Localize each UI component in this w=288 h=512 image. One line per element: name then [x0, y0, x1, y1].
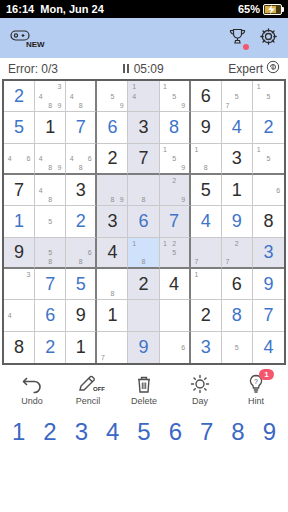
given-digit: 9 [14, 243, 24, 261]
cell-r7c1[interactable]: 3 [4, 269, 35, 300]
numpad-6[interactable]: 6 [169, 420, 182, 444]
numpad-8[interactable]: 8 [231, 420, 244, 444]
user-digit: 5 [14, 118, 24, 136]
trash-icon [133, 374, 155, 394]
hint-badge: 1 [259, 369, 274, 380]
cell-r3c9[interactable]: 15 [253, 144, 284, 175]
given-digit: 1 [76, 338, 86, 356]
cell-r8c2[interactable]: 6 [35, 300, 66, 331]
cell-r8c9[interactable]: 7 [253, 300, 284, 331]
user-digit: 3 [263, 243, 273, 261]
cell-r3c3[interactable]: 468 [66, 144, 97, 175]
cell-r9c4[interactable]: 7 [97, 332, 128, 363]
pencil-off-state: OFF [93, 386, 105, 392]
pencil-button[interactable]: OFF Pencil [62, 374, 114, 406]
user-digit: 4 [263, 338, 273, 356]
cell-r7c8[interactable]: 6 [222, 269, 253, 300]
cell-r8c6[interactable] [160, 300, 191, 331]
given-digit: 7 [138, 149, 148, 167]
pencil-marks: 14 [129, 82, 157, 110]
pencil-marks: 1 [192, 270, 220, 298]
timer-value: 05:09 [134, 62, 164, 76]
cell-r3c5[interactable]: 7 [128, 144, 159, 175]
cell-r6c2[interactable]: 58 [35, 238, 66, 269]
cell-r6c5[interactable]: 18 [128, 238, 159, 269]
cell-r7c7[interactable]: 1 [191, 269, 222, 300]
user-digit: 2 [263, 118, 273, 136]
user-digit: 7 [45, 275, 55, 293]
pencil-marks: 57 [223, 82, 251, 110]
cell-r8c7[interactable]: 2 [191, 300, 222, 331]
cell-r3c1[interactable]: 46 [4, 144, 35, 175]
pencil-marks: 29 [161, 176, 188, 204]
cell-r3c7[interactable]: 18 [191, 144, 222, 175]
cell-r4c5[interactable]: 8 [128, 175, 159, 206]
info-bar: Error: 0/3 05:09 Expert [0, 58, 288, 79]
user-digit: 4 [232, 118, 242, 136]
cell-r5c4[interactable]: 3 [97, 206, 128, 237]
cell-r9c2[interactable]: 2 [35, 332, 66, 363]
cell-r1c2[interactable]: 3489 [35, 81, 66, 112]
cell-r5c5[interactable]: 6 [128, 206, 159, 237]
cell-r1c8[interactable]: 57 [222, 81, 253, 112]
pencil-marks: 6 [161, 333, 188, 362]
given-digit: 3 [138, 118, 148, 136]
pause-button[interactable] [123, 64, 129, 73]
user-digit: 8 [169, 118, 179, 136]
user-digit: 1 [14, 212, 24, 230]
pencil-marks: 15 [254, 82, 283, 110]
user-digit: 2 [14, 87, 24, 105]
pencil-marks: 5 [223, 333, 251, 362]
sun-icon [189, 374, 211, 394]
pencil-marks: 3 [5, 270, 33, 298]
cell-r9c8[interactable]: 5 [222, 332, 253, 363]
cell-r9c5[interactable]: 9 [128, 332, 159, 363]
pencil-marks: 159 [161, 145, 188, 172]
difficulty-label: Expert [228, 62, 263, 76]
svg-text:?: ? [254, 378, 258, 385]
user-digit: 6 [45, 306, 55, 324]
cell-r2c6[interactable]: 8 [160, 112, 191, 143]
cell-r1c6[interactable]: 159 [160, 81, 191, 112]
cell-r5c3[interactable]: 2 [66, 206, 97, 237]
cell-r8c4[interactable]: 1 [97, 300, 128, 331]
pencil-marks: 159 [161, 82, 188, 110]
cell-r9c7[interactable]: 3 [191, 332, 222, 363]
cell-r2c1[interactable]: 5 [4, 112, 35, 143]
cell-r4c2[interactable]: 48 [35, 175, 66, 206]
settings-button[interactable] [259, 27, 278, 50]
cell-r2c4[interactable]: 6 [97, 112, 128, 143]
battery-charging-icon [263, 4, 282, 15]
cell-r3c8[interactable]: 3 [222, 144, 253, 175]
numpad-9[interactable]: 9 [263, 420, 276, 444]
cell-r9c6[interactable]: 6 [160, 332, 191, 363]
cell-r5c7[interactable]: 4 [191, 206, 222, 237]
difficulty-brain-icon [266, 60, 280, 77]
cell-r5c6[interactable]: 7 [160, 206, 191, 237]
pencil-marks: 15 [254, 145, 283, 172]
user-digit: 7 [263, 306, 273, 324]
pencil-marks: 5 [36, 207, 64, 235]
given-digit: 9 [76, 306, 86, 324]
cell-r1c1[interactable]: 2 [4, 81, 35, 112]
cell-r9c3[interactable]: 1 [66, 332, 97, 363]
cell-r9c9[interactable]: 4 [253, 332, 284, 363]
cell-r9c1[interactable]: 8 [4, 332, 35, 363]
cell-r5c1[interactable]: 1 [4, 206, 35, 237]
pencil-marks: 489 [36, 145, 64, 172]
day-mode-button[interactable]: Day [174, 374, 226, 406]
cell-r4c3[interactable]: 3 [66, 175, 97, 206]
delete-button[interactable]: Delete [118, 374, 170, 406]
cell-r6c1[interactable]: 9 [4, 238, 35, 269]
numpad-4[interactable]: 4 [106, 420, 119, 444]
cell-r5c8[interactable]: 9 [222, 206, 253, 237]
status-time-date: 16:14 Mon, Jun 24 [6, 3, 104, 15]
cell-r2c2[interactable]: 1 [35, 112, 66, 143]
cell-r4c9[interactable]: 6 [253, 175, 284, 206]
cell-r2c5[interactable]: 3 [128, 112, 159, 143]
user-digit: 2 [45, 338, 55, 356]
user-digit: 9 [232, 212, 242, 230]
number-pad: 123456789 [0, 420, 288, 444]
pencil-marks: 125 [161, 239, 188, 266]
cell-r1c4[interactable]: 59 [97, 81, 128, 112]
cell-r5c9[interactable]: 8 [253, 206, 284, 237]
given-digit: 4 [169, 275, 179, 293]
cell-r6c4[interactable]: 4 [97, 238, 128, 269]
given-digit: 2 [107, 149, 117, 167]
cell-r4c8[interactable]: 1 [222, 175, 253, 206]
cell-r6c9[interactable]: 3 [253, 238, 284, 269]
cell-r3c4[interactable]: 2 [97, 144, 128, 175]
given-digit: 3 [107, 212, 117, 230]
cell-r1c5[interactable]: 14 [128, 81, 159, 112]
cell-r7c4[interactable]: 8 [97, 269, 128, 300]
cell-r1c9[interactable]: 15 [253, 81, 284, 112]
pencil-marks: 59 [98, 82, 126, 110]
cell-r6c6[interactable]: 125 [160, 238, 191, 269]
user-digit: 7 [169, 212, 179, 230]
cell-r4c4[interactable]: 89 [97, 175, 128, 206]
pencil-marks: 4 [5, 301, 33, 329]
cell-r7c3[interactable]: 5 [66, 269, 97, 300]
cell-r2c3[interactable]: 7 [66, 112, 97, 143]
user-digit: 8 [232, 306, 242, 324]
pencil-marks: 6 [254, 176, 283, 204]
cell-r8c5[interactable] [128, 300, 159, 331]
trophy-notification-dot [243, 44, 249, 50]
user-digit: 6 [107, 118, 117, 136]
hint-button[interactable]: 1 ? Hint [230, 374, 282, 406]
user-digit: 4 [201, 212, 211, 230]
given-digit: 9 [201, 118, 211, 136]
numpad-5[interactable]: 5 [137, 420, 150, 444]
pencil-marks: 7 [98, 333, 126, 362]
user-digit: 2 [76, 212, 86, 230]
given-digit: 6 [232, 275, 242, 293]
cell-r1c7[interactable]: 6 [191, 81, 222, 112]
given-digit: 8 [263, 212, 273, 230]
pencil-marks: 48 [36, 176, 64, 204]
given-digit: 4 [107, 243, 117, 261]
cell-r3c6[interactable]: 159 [160, 144, 191, 175]
pencil-marks: 7 [192, 239, 220, 266]
cell-r5c2[interactable]: 5 [35, 206, 66, 237]
pencil-marks: 58 [36, 239, 64, 266]
cell-r2c9[interactable]: 2 [253, 112, 284, 143]
pencil-marks: 8 [129, 176, 157, 204]
cell-r4c7[interactable]: 5 [191, 175, 222, 206]
cell-r6c7[interactable]: 7 [191, 238, 222, 269]
pencil-marks: 68 [67, 239, 94, 266]
pencil-marks: 89 [98, 176, 126, 204]
numpad-7[interactable]: 7 [200, 420, 213, 444]
battery-percent: 65% [238, 3, 260, 15]
given-digit: 1 [232, 181, 242, 199]
pencil-marks: 8 [98, 270, 126, 298]
cell-r6c3[interactable]: 68 [66, 238, 97, 269]
given-digit: 2 [201, 306, 211, 324]
cell-r8c1[interactable]: 4 [4, 300, 35, 331]
cell-r3c2[interactable]: 489 [35, 144, 66, 175]
given-digit: 2 [138, 275, 148, 293]
user-digit: 7 [76, 118, 86, 136]
pencil-marks: 468 [67, 145, 94, 172]
cell-r2c7[interactable]: 9 [191, 112, 222, 143]
numpad-3[interactable]: 3 [75, 420, 88, 444]
error-counter: Error: 0/3 [8, 62, 58, 76]
given-digit: 8 [14, 338, 24, 356]
cell-r7c6[interactable]: 4 [160, 269, 191, 300]
pencil-marks: 48 [67, 82, 94, 110]
given-digit: 3 [232, 149, 242, 167]
user-digit: 9 [138, 338, 148, 356]
numpad-2[interactable]: 2 [43, 420, 56, 444]
user-digit: 9 [263, 275, 273, 293]
given-digit: 6 [201, 87, 211, 105]
toolbar: Undo OFF Pencil Delete Day 1 [0, 374, 288, 406]
cell-r8c8[interactable]: 8 [222, 300, 253, 331]
given-digit: 3 [76, 181, 86, 199]
cell-r6c8[interactable]: 27 [222, 238, 253, 269]
cell-r7c5[interactable]: 2 [128, 269, 159, 300]
given-digit: 5 [201, 181, 211, 199]
cell-r7c2[interactable]: 7 [35, 269, 66, 300]
status-bar: 16:14 Mon, Jun 24 65% [0, 0, 288, 18]
pencil-marks: 18 [192, 145, 220, 172]
cell-r4c6[interactable]: 29 [160, 175, 191, 206]
cell-r1c3[interactable]: 48 [66, 81, 97, 112]
pencil-marks: 46 [5, 145, 33, 172]
given-digit: 1 [45, 118, 55, 136]
cell-r4c1[interactable]: 7 [4, 175, 35, 206]
user-digit: 5 [76, 275, 86, 293]
user-digit: 3 [201, 338, 211, 356]
new-label: NEW [26, 40, 45, 49]
trophy-button[interactable] [228, 27, 247, 50]
given-digit: 7 [14, 181, 24, 199]
undo-button[interactable]: Undo [6, 374, 58, 406]
numpad-1[interactable]: 1 [12, 420, 25, 444]
user-digit: 6 [138, 212, 148, 230]
pencil-marks: 18 [129, 239, 157, 266]
new-game-button[interactable]: NEW [10, 29, 45, 47]
undo-icon [20, 374, 44, 394]
cell-r8c3[interactable]: 9 [66, 300, 97, 331]
cell-r7c9[interactable]: 9 [253, 269, 284, 300]
app-header: NEW [0, 18, 288, 58]
sudoku-board: 2348948591415965715517638942464894682715… [2, 79, 286, 365]
cell-r2c8[interactable]: 4 [222, 112, 253, 143]
pencil-marks: 3489 [36, 82, 64, 110]
pencil-marks: 27 [223, 239, 251, 266]
given-digit: 1 [107, 306, 117, 324]
